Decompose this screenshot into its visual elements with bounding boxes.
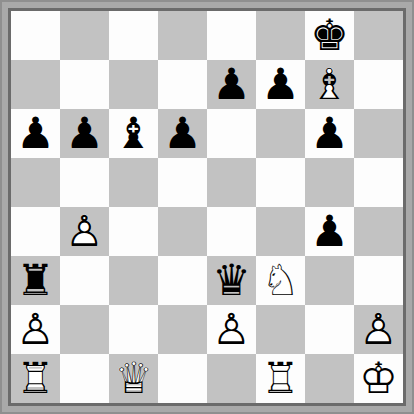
black-queen-glyph: ♛ bbox=[207, 256, 256, 305]
chess-board-border: ♚♟♟♝♗♟♟♝♟♟♟♙♟♜♛♞♘♟♙♟♙♟♙♜♖♛♕♜♖♚♔ bbox=[8, 8, 406, 406]
square-c5[interactable] bbox=[109, 158, 158, 207]
square-h1[interactable]: ♚♔ bbox=[354, 354, 403, 403]
white-pawn: ♟♙ bbox=[11, 305, 60, 354]
square-g2[interactable] bbox=[305, 305, 354, 354]
white-bishop: ♝♗ bbox=[305, 60, 354, 109]
black-pawn-glyph: ♟ bbox=[305, 207, 354, 256]
square-f3[interactable]: ♞♘ bbox=[256, 256, 305, 305]
white-queen-outline: ♕ bbox=[109, 354, 158, 403]
square-e5[interactable] bbox=[207, 158, 256, 207]
black-pawn: ♟ bbox=[305, 207, 354, 256]
black-king-glyph: ♚ bbox=[305, 11, 354, 60]
black-pawn-glyph: ♟ bbox=[11, 109, 60, 158]
black-king: ♚ bbox=[305, 11, 354, 60]
square-b4[interactable]: ♟♙ bbox=[60, 207, 109, 256]
square-a8[interactable] bbox=[11, 11, 60, 60]
square-c2[interactable] bbox=[109, 305, 158, 354]
white-rook: ♜♖ bbox=[11, 354, 60, 403]
white-rook: ♜♖ bbox=[256, 354, 305, 403]
white-rook-outline: ♖ bbox=[11, 354, 60, 403]
black-pawn: ♟ bbox=[207, 60, 256, 109]
square-b2[interactable] bbox=[60, 305, 109, 354]
square-c7[interactable] bbox=[109, 60, 158, 109]
square-c3[interactable] bbox=[109, 256, 158, 305]
square-a7[interactable] bbox=[11, 60, 60, 109]
square-a4[interactable] bbox=[11, 207, 60, 256]
square-a5[interactable] bbox=[11, 158, 60, 207]
white-rook-outline: ♖ bbox=[256, 354, 305, 403]
square-h2[interactable]: ♟♙ bbox=[354, 305, 403, 354]
black-rook-glyph: ♜ bbox=[11, 256, 60, 305]
black-pawn: ♟ bbox=[158, 109, 207, 158]
square-a3[interactable]: ♜ bbox=[11, 256, 60, 305]
square-d1[interactable] bbox=[158, 354, 207, 403]
square-f8[interactable] bbox=[256, 11, 305, 60]
square-d3[interactable] bbox=[158, 256, 207, 305]
square-b5[interactable] bbox=[60, 158, 109, 207]
square-b1[interactable] bbox=[60, 354, 109, 403]
square-b8[interactable] bbox=[60, 11, 109, 60]
square-h5[interactable] bbox=[354, 158, 403, 207]
white-pawn: ♟♙ bbox=[207, 305, 256, 354]
square-d5[interactable] bbox=[158, 158, 207, 207]
square-g7[interactable]: ♝♗ bbox=[305, 60, 354, 109]
square-h7[interactable] bbox=[354, 60, 403, 109]
square-d6[interactable]: ♟ bbox=[158, 109, 207, 158]
square-h4[interactable] bbox=[354, 207, 403, 256]
black-pawn: ♟ bbox=[11, 109, 60, 158]
square-d2[interactable] bbox=[158, 305, 207, 354]
black-pawn-glyph: ♟ bbox=[158, 109, 207, 158]
square-d8[interactable] bbox=[158, 11, 207, 60]
square-c4[interactable] bbox=[109, 207, 158, 256]
white-pawn: ♟♙ bbox=[354, 305, 403, 354]
black-pawn: ♟ bbox=[60, 109, 109, 158]
white-king: ♚♔ bbox=[354, 354, 403, 403]
square-b6[interactable]: ♟ bbox=[60, 109, 109, 158]
square-g1[interactable] bbox=[305, 354, 354, 403]
square-f7[interactable]: ♟ bbox=[256, 60, 305, 109]
black-queen: ♛ bbox=[207, 256, 256, 305]
white-king-outline: ♔ bbox=[354, 354, 403, 403]
square-g3[interactable] bbox=[305, 256, 354, 305]
black-pawn-glyph: ♟ bbox=[305, 109, 354, 158]
white-pawn-outline: ♙ bbox=[11, 305, 60, 354]
square-c1[interactable]: ♛♕ bbox=[109, 354, 158, 403]
white-pawn-outline: ♙ bbox=[60, 207, 109, 256]
black-pawn-glyph: ♟ bbox=[60, 109, 109, 158]
square-f5[interactable] bbox=[256, 158, 305, 207]
white-bishop-outline: ♗ bbox=[305, 60, 354, 109]
black-bishop-glyph: ♝ bbox=[109, 109, 158, 158]
square-g6[interactable]: ♟ bbox=[305, 109, 354, 158]
square-h6[interactable] bbox=[354, 109, 403, 158]
black-bishop: ♝ bbox=[109, 109, 158, 158]
square-e8[interactable] bbox=[207, 11, 256, 60]
white-knight-outline: ♘ bbox=[256, 256, 305, 305]
white-queen: ♛♕ bbox=[109, 354, 158, 403]
square-d4[interactable] bbox=[158, 207, 207, 256]
black-pawn: ♟ bbox=[305, 109, 354, 158]
white-pawn: ♟♙ bbox=[60, 207, 109, 256]
square-b3[interactable] bbox=[60, 256, 109, 305]
white-knight: ♞♘ bbox=[256, 256, 305, 305]
square-a1[interactable]: ♜♖ bbox=[11, 354, 60, 403]
chess-board: ♚♟♟♝♗♟♟♝♟♟♟♙♟♜♛♞♘♟♙♟♙♟♙♜♖♛♕♜♖♚♔ bbox=[11, 11, 403, 403]
square-g4[interactable]: ♟ bbox=[305, 207, 354, 256]
square-h8[interactable] bbox=[354, 11, 403, 60]
chess-board-frame: ♚♟♟♝♗♟♟♝♟♟♟♙♟♜♛♞♘♟♙♟♙♟♙♜♖♛♕♜♖♚♔ bbox=[0, 0, 414, 414]
square-d7[interactable] bbox=[158, 60, 207, 109]
square-f1[interactable]: ♜♖ bbox=[256, 354, 305, 403]
black-rook: ♜ bbox=[11, 256, 60, 305]
square-h3[interactable] bbox=[354, 256, 403, 305]
square-c8[interactable] bbox=[109, 11, 158, 60]
square-e3[interactable]: ♛ bbox=[207, 256, 256, 305]
square-e6[interactable] bbox=[207, 109, 256, 158]
white-pawn-outline: ♙ bbox=[354, 305, 403, 354]
square-f6[interactable] bbox=[256, 109, 305, 158]
square-f4[interactable] bbox=[256, 207, 305, 256]
black-pawn: ♟ bbox=[256, 60, 305, 109]
black-pawn-glyph: ♟ bbox=[256, 60, 305, 109]
white-pawn-outline: ♙ bbox=[207, 305, 256, 354]
square-e2[interactable]: ♟♙ bbox=[207, 305, 256, 354]
square-c6[interactable]: ♝ bbox=[109, 109, 158, 158]
square-e7[interactable]: ♟ bbox=[207, 60, 256, 109]
square-a6[interactable]: ♟ bbox=[11, 109, 60, 158]
square-b7[interactable] bbox=[60, 60, 109, 109]
square-f2[interactable] bbox=[256, 305, 305, 354]
square-a2[interactable]: ♟♙ bbox=[11, 305, 60, 354]
black-pawn-glyph: ♟ bbox=[207, 60, 256, 109]
square-g8[interactable]: ♚ bbox=[305, 11, 354, 60]
square-e4[interactable] bbox=[207, 207, 256, 256]
square-g5[interactable] bbox=[305, 158, 354, 207]
square-e1[interactable] bbox=[207, 354, 256, 403]
